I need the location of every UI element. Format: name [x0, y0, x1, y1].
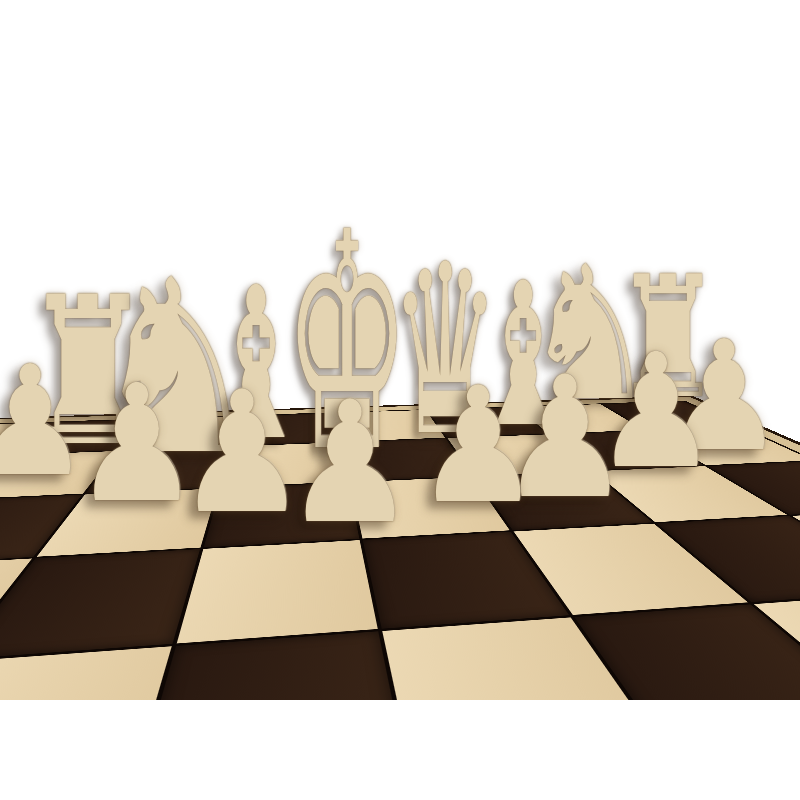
- pieces-layer: ♜♞♝♛♝♜♚♞♟♟♟♟♟♟♟♟: [0, 0, 800, 800]
- chess-set-photo: chess ɜʒʒɜш ♜♞♝♛♝♜♚♞♟♟♟♟♟♟♟♟: [0, 0, 800, 800]
- piece-white-pawn-e2[interactable]: ♟: [284, 379, 417, 547]
- piece-white-pawn-d2[interactable]: ♟: [415, 366, 541, 526]
